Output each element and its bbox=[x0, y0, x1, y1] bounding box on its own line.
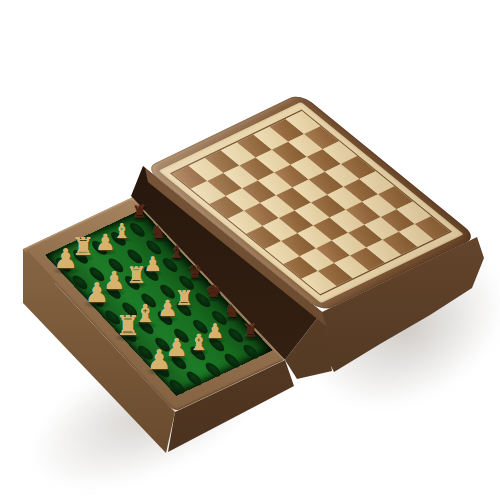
piece-slot bbox=[119, 301, 140, 318]
piece-slot bbox=[106, 257, 127, 274]
piece-slot bbox=[70, 248, 91, 265]
piece-slot bbox=[169, 354, 190, 371]
piece-slot bbox=[171, 327, 192, 344]
piece-slot bbox=[127, 221, 148, 238]
piece-slot bbox=[184, 370, 205, 387]
piece-slot bbox=[141, 265, 162, 282]
piece-slot bbox=[152, 336, 173, 353]
piece-slot bbox=[203, 361, 224, 378]
piece-slot bbox=[157, 283, 178, 300]
piece-slot bbox=[152, 362, 173, 379]
piece-slot bbox=[209, 309, 230, 326]
piece-slot bbox=[87, 266, 108, 283]
product-photo: ♜♞♝♛♚♞♜♝♟♜♟♟♜♟♝♜♟♝♟♟♟♜♟ bbox=[0, 0, 500, 500]
piece-slot bbox=[193, 292, 214, 309]
piece-slot bbox=[102, 309, 123, 326]
piece-slot bbox=[136, 318, 157, 335]
piece-slot bbox=[206, 336, 227, 353]
piece-slot bbox=[53, 256, 74, 273]
piece-slot bbox=[174, 301, 195, 318]
piece-slot bbox=[160, 256, 181, 273]
piece-slot bbox=[135, 344, 156, 361]
piece-slot bbox=[222, 352, 243, 369]
piece-slot bbox=[103, 283, 124, 300]
piece-slot bbox=[190, 318, 211, 335]
piece-slot bbox=[143, 239, 164, 256]
piece-slot bbox=[108, 230, 129, 247]
piece-slot bbox=[138, 292, 159, 309]
piece-slot bbox=[86, 291, 107, 308]
piece-slot bbox=[225, 327, 246, 344]
piece-slot bbox=[70, 274, 91, 291]
piece-slot bbox=[89, 239, 110, 256]
piece-slot bbox=[241, 343, 262, 360]
piece-slot bbox=[167, 378, 188, 395]
piece-slot bbox=[155, 310, 176, 327]
piece-slot bbox=[176, 274, 197, 291]
piece-slot bbox=[122, 274, 143, 291]
piece-slot bbox=[124, 248, 145, 265]
piece-slot bbox=[188, 345, 209, 362]
piece-slot bbox=[119, 327, 140, 344]
